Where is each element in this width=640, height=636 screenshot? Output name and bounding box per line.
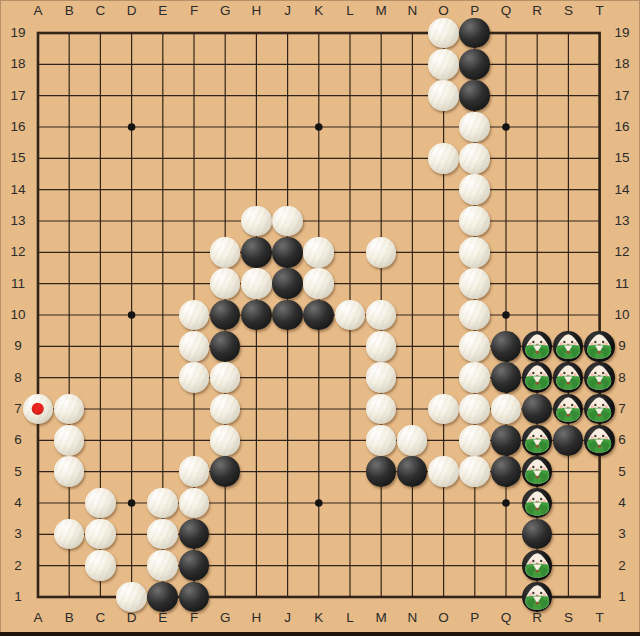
intersection-F15[interactable] <box>178 143 209 174</box>
intersection-Q6[interactable] <box>490 425 521 456</box>
intersection-T11[interactable] <box>584 268 615 299</box>
intersection-R17[interactable] <box>521 80 552 111</box>
intersection-S15[interactable] <box>553 143 584 174</box>
intersection-H13[interactable] <box>241 205 272 236</box>
intersection-C13[interactable] <box>85 205 116 236</box>
intersection-J18[interactable] <box>272 49 303 80</box>
intersection-R8[interactable] <box>521 362 552 393</box>
intersection-T12[interactable] <box>584 237 615 268</box>
intersection-C2[interactable] <box>85 550 116 581</box>
intersection-P18[interactable] <box>459 49 490 80</box>
intersection-D18[interactable] <box>116 49 147 80</box>
intersection-Q8[interactable] <box>490 362 521 393</box>
intersection-C11[interactable] <box>85 268 116 299</box>
intersection-T17[interactable] <box>584 80 615 111</box>
intersection-K7[interactable] <box>303 393 334 424</box>
intersection-L18[interactable] <box>334 49 365 80</box>
intersection-M9[interactable] <box>365 331 396 362</box>
intersection-T19[interactable] <box>584 17 615 48</box>
intersection-Q18[interactable] <box>490 49 521 80</box>
intersection-H7[interactable] <box>241 393 272 424</box>
intersection-K9[interactable] <box>303 331 334 362</box>
intersection-M10[interactable] <box>365 299 396 330</box>
intersection-M4[interactable] <box>365 487 396 518</box>
intersection-D19[interactable] <box>116 17 147 48</box>
intersection-R4[interactable] <box>521 487 552 518</box>
intersection-C16[interactable] <box>85 111 116 142</box>
intersection-H3[interactable] <box>241 519 272 550</box>
intersection-K5[interactable] <box>303 456 334 487</box>
intersection-N7[interactable] <box>397 393 428 424</box>
intersection-S9[interactable] <box>553 331 584 362</box>
intersection-C4[interactable] <box>85 487 116 518</box>
intersection-G9[interactable] <box>210 331 241 362</box>
intersection-Q16[interactable] <box>490 111 521 142</box>
intersection-K15[interactable] <box>303 143 334 174</box>
intersection-S12[interactable] <box>553 237 584 268</box>
intersection-N11[interactable] <box>397 268 428 299</box>
intersection-F13[interactable] <box>178 205 209 236</box>
intersection-Q14[interactable] <box>490 174 521 205</box>
intersection-L3[interactable] <box>334 519 365 550</box>
intersection-D16[interactable] <box>116 111 147 142</box>
intersection-L11[interactable] <box>334 268 365 299</box>
intersection-Q7[interactable] <box>490 393 521 424</box>
intersection-G1[interactable] <box>210 581 241 612</box>
intersection-B9[interactable] <box>54 331 85 362</box>
intersection-G11[interactable] <box>210 268 241 299</box>
intersection-F14[interactable] <box>178 174 209 205</box>
intersection-E10[interactable] <box>147 299 178 330</box>
intersection-D3[interactable] <box>116 519 147 550</box>
intersection-R14[interactable] <box>521 174 552 205</box>
intersection-K6[interactable] <box>303 425 334 456</box>
intersection-E16[interactable] <box>147 111 178 142</box>
intersection-A7[interactable] <box>22 393 53 424</box>
intersection-L2[interactable] <box>334 550 365 581</box>
intersection-L13[interactable] <box>334 205 365 236</box>
intersection-C1[interactable] <box>85 581 116 612</box>
intersection-N4[interactable] <box>397 487 428 518</box>
intersection-L5[interactable] <box>334 456 365 487</box>
intersection-P19[interactable] <box>459 17 490 48</box>
intersection-E2[interactable] <box>147 550 178 581</box>
intersection-Q19[interactable] <box>490 17 521 48</box>
intersection-D8[interactable] <box>116 362 147 393</box>
intersection-G4[interactable] <box>210 487 241 518</box>
intersection-E19[interactable] <box>147 17 178 48</box>
intersection-A2[interactable] <box>22 550 53 581</box>
intersection-K3[interactable] <box>303 519 334 550</box>
intersection-P4[interactable] <box>459 487 490 518</box>
intersection-S8[interactable] <box>553 362 584 393</box>
intersection-S18[interactable] <box>553 49 584 80</box>
intersection-A5[interactable] <box>22 456 53 487</box>
intersection-O9[interactable] <box>428 331 459 362</box>
intersection-G7[interactable] <box>210 393 241 424</box>
intersection-S13[interactable] <box>553 205 584 236</box>
intersection-A11[interactable] <box>22 268 53 299</box>
intersection-P16[interactable] <box>459 111 490 142</box>
intersection-A12[interactable] <box>22 237 53 268</box>
intersection-H18[interactable] <box>241 49 272 80</box>
intersection-H5[interactable] <box>241 456 272 487</box>
intersection-J15[interactable] <box>272 143 303 174</box>
intersection-B14[interactable] <box>54 174 85 205</box>
intersection-T1[interactable] <box>584 581 615 612</box>
intersection-M2[interactable] <box>365 550 396 581</box>
intersection-A6[interactable] <box>22 425 53 456</box>
intersection-B12[interactable] <box>54 237 85 268</box>
intersection-N2[interactable] <box>397 550 428 581</box>
intersection-D9[interactable] <box>116 331 147 362</box>
intersection-P1[interactable] <box>459 581 490 612</box>
intersection-E4[interactable] <box>147 487 178 518</box>
intersection-F19[interactable] <box>178 17 209 48</box>
intersection-J12[interactable] <box>272 237 303 268</box>
intersection-L14[interactable] <box>334 174 365 205</box>
intersection-F5[interactable] <box>178 456 209 487</box>
intersection-E13[interactable] <box>147 205 178 236</box>
intersection-N8[interactable] <box>397 362 428 393</box>
intersection-C12[interactable] <box>85 237 116 268</box>
intersection-D4[interactable] <box>116 487 147 518</box>
intersection-A19[interactable] <box>22 17 53 48</box>
intersection-F7[interactable] <box>178 393 209 424</box>
intersection-G18[interactable] <box>210 49 241 80</box>
intersection-B5[interactable] <box>54 456 85 487</box>
intersection-S1[interactable] <box>553 581 584 612</box>
intersection-O3[interactable] <box>428 519 459 550</box>
intersection-C17[interactable] <box>85 80 116 111</box>
intersection-K18[interactable] <box>303 49 334 80</box>
intersection-N16[interactable] <box>397 111 428 142</box>
intersection-T8[interactable] <box>584 362 615 393</box>
intersection-F6[interactable] <box>178 425 209 456</box>
intersection-B8[interactable] <box>54 362 85 393</box>
intersection-D11[interactable] <box>116 268 147 299</box>
intersection-E6[interactable] <box>147 425 178 456</box>
intersection-L15[interactable] <box>334 143 365 174</box>
intersection-S11[interactable] <box>553 268 584 299</box>
intersection-T16[interactable] <box>584 111 615 142</box>
intersection-H4[interactable] <box>241 487 272 518</box>
intersection-L4[interactable] <box>334 487 365 518</box>
intersection-O12[interactable] <box>428 237 459 268</box>
intersection-N15[interactable] <box>397 143 428 174</box>
intersection-S6[interactable] <box>553 425 584 456</box>
intersection-B4[interactable] <box>54 487 85 518</box>
intersection-M7[interactable] <box>365 393 396 424</box>
intersection-F3[interactable] <box>178 519 209 550</box>
intersection-H8[interactable] <box>241 362 272 393</box>
intersection-Q10[interactable] <box>490 299 521 330</box>
intersection-M5[interactable] <box>365 456 396 487</box>
intersection-D15[interactable] <box>116 143 147 174</box>
intersection-A10[interactable] <box>22 299 53 330</box>
intersection-D12[interactable] <box>116 237 147 268</box>
intersection-E11[interactable] <box>147 268 178 299</box>
intersection-B7[interactable] <box>54 393 85 424</box>
intersection-P6[interactable] <box>459 425 490 456</box>
intersection-P3[interactable] <box>459 519 490 550</box>
intersection-R9[interactable] <box>521 331 552 362</box>
intersection-C5[interactable] <box>85 456 116 487</box>
intersection-O6[interactable] <box>428 425 459 456</box>
intersection-R15[interactable] <box>521 143 552 174</box>
intersection-N18[interactable] <box>397 49 428 80</box>
intersection-D5[interactable] <box>116 456 147 487</box>
intersection-N13[interactable] <box>397 205 428 236</box>
intersection-K19[interactable] <box>303 17 334 48</box>
intersection-T10[interactable] <box>584 299 615 330</box>
intersection-J6[interactable] <box>272 425 303 456</box>
intersection-J13[interactable] <box>272 205 303 236</box>
intersection-G6[interactable] <box>210 425 241 456</box>
intersection-C14[interactable] <box>85 174 116 205</box>
intersection-R11[interactable] <box>521 268 552 299</box>
intersection-P14[interactable] <box>459 174 490 205</box>
intersection-C15[interactable] <box>85 143 116 174</box>
intersection-N12[interactable] <box>397 237 428 268</box>
intersection-T14[interactable] <box>584 174 615 205</box>
intersection-R18[interactable] <box>521 49 552 80</box>
intersection-B13[interactable] <box>54 205 85 236</box>
intersection-M15[interactable] <box>365 143 396 174</box>
intersection-E7[interactable] <box>147 393 178 424</box>
intersection-M11[interactable] <box>365 268 396 299</box>
intersection-J3[interactable] <box>272 519 303 550</box>
intersection-E14[interactable] <box>147 174 178 205</box>
intersection-D13[interactable] <box>116 205 147 236</box>
intersection-J5[interactable] <box>272 456 303 487</box>
intersection-A4[interactable] <box>22 487 53 518</box>
intersection-B19[interactable] <box>54 17 85 48</box>
intersection-R5[interactable] <box>521 456 552 487</box>
intersection-S16[interactable] <box>553 111 584 142</box>
intersection-N5[interactable] <box>397 456 428 487</box>
intersection-S4[interactable] <box>553 487 584 518</box>
intersection-R2[interactable] <box>521 550 552 581</box>
intersection-O11[interactable] <box>428 268 459 299</box>
intersection-H12[interactable] <box>241 237 272 268</box>
intersection-F18[interactable] <box>178 49 209 80</box>
intersection-M8[interactable] <box>365 362 396 393</box>
intersection-H11[interactable] <box>241 268 272 299</box>
intersection-K4[interactable] <box>303 487 334 518</box>
intersection-G2[interactable] <box>210 550 241 581</box>
intersection-J7[interactable] <box>272 393 303 424</box>
intersection-O8[interactable] <box>428 362 459 393</box>
intersection-T18[interactable] <box>584 49 615 80</box>
intersection-R19[interactable] <box>521 17 552 48</box>
intersection-A16[interactable] <box>22 111 53 142</box>
intersection-T7[interactable] <box>584 393 615 424</box>
intersection-L16[interactable] <box>334 111 365 142</box>
intersection-T15[interactable] <box>584 143 615 174</box>
intersection-G13[interactable] <box>210 205 241 236</box>
intersection-A14[interactable] <box>22 174 53 205</box>
intersection-S17[interactable] <box>553 80 584 111</box>
intersection-L10[interactable] <box>334 299 365 330</box>
intersection-P15[interactable] <box>459 143 490 174</box>
intersection-L19[interactable] <box>334 17 365 48</box>
intersection-H16[interactable] <box>241 111 272 142</box>
intersection-D7[interactable] <box>116 393 147 424</box>
intersection-G15[interactable] <box>210 143 241 174</box>
intersection-T4[interactable] <box>584 487 615 518</box>
intersection-L17[interactable] <box>334 80 365 111</box>
intersection-Q12[interactable] <box>490 237 521 268</box>
intersection-T6[interactable] <box>584 425 615 456</box>
intersection-L9[interactable] <box>334 331 365 362</box>
intersection-P5[interactable] <box>459 456 490 487</box>
intersection-L6[interactable] <box>334 425 365 456</box>
intersection-J16[interactable] <box>272 111 303 142</box>
intersection-B10[interactable] <box>54 299 85 330</box>
intersection-B17[interactable] <box>54 80 85 111</box>
intersection-L12[interactable] <box>334 237 365 268</box>
intersection-E17[interactable] <box>147 80 178 111</box>
intersection-K1[interactable] <box>303 581 334 612</box>
intersection-H10[interactable] <box>241 299 272 330</box>
intersection-H9[interactable] <box>241 331 272 362</box>
intersection-N6[interactable] <box>397 425 428 456</box>
intersection-Q5[interactable] <box>490 456 521 487</box>
intersection-K16[interactable] <box>303 111 334 142</box>
intersection-F4[interactable] <box>178 487 209 518</box>
intersection-M17[interactable] <box>365 80 396 111</box>
intersection-J2[interactable] <box>272 550 303 581</box>
intersection-O1[interactable] <box>428 581 459 612</box>
intersection-C19[interactable] <box>85 17 116 48</box>
intersection-F10[interactable] <box>178 299 209 330</box>
intersection-N1[interactable] <box>397 581 428 612</box>
intersection-J9[interactable] <box>272 331 303 362</box>
intersection-G10[interactable] <box>210 299 241 330</box>
intersection-R7[interactable] <box>521 393 552 424</box>
intersection-F2[interactable] <box>178 550 209 581</box>
intersection-O10[interactable] <box>428 299 459 330</box>
intersection-F12[interactable] <box>178 237 209 268</box>
intersection-N10[interactable] <box>397 299 428 330</box>
intersection-S19[interactable] <box>553 17 584 48</box>
intersection-C7[interactable] <box>85 393 116 424</box>
intersection-M1[interactable] <box>365 581 396 612</box>
intersection-T2[interactable] <box>584 550 615 581</box>
intersection-D17[interactable] <box>116 80 147 111</box>
intersection-B15[interactable] <box>54 143 85 174</box>
intersection-P10[interactable] <box>459 299 490 330</box>
intersection-J17[interactable] <box>272 80 303 111</box>
intersection-M16[interactable] <box>365 111 396 142</box>
intersection-H6[interactable] <box>241 425 272 456</box>
intersection-P11[interactable] <box>459 268 490 299</box>
intersection-J4[interactable] <box>272 487 303 518</box>
intersection-P8[interactable] <box>459 362 490 393</box>
intersection-J11[interactable] <box>272 268 303 299</box>
intersection-F8[interactable] <box>178 362 209 393</box>
intersection-N17[interactable] <box>397 80 428 111</box>
intersection-R1[interactable] <box>521 581 552 612</box>
intersection-G8[interactable] <box>210 362 241 393</box>
intersection-O2[interactable] <box>428 550 459 581</box>
intersection-K13[interactable] <box>303 205 334 236</box>
intersection-D6[interactable] <box>116 425 147 456</box>
intersection-M13[interactable] <box>365 205 396 236</box>
intersection-E18[interactable] <box>147 49 178 80</box>
intersection-C9[interactable] <box>85 331 116 362</box>
intersection-S3[interactable] <box>553 519 584 550</box>
intersection-K10[interactable] <box>303 299 334 330</box>
intersection-G14[interactable] <box>210 174 241 205</box>
intersection-B6[interactable] <box>54 425 85 456</box>
intersection-J14[interactable] <box>272 174 303 205</box>
intersection-N14[interactable] <box>397 174 428 205</box>
intersection-H15[interactable] <box>241 143 272 174</box>
intersection-O5[interactable] <box>428 456 459 487</box>
intersection-O4[interactable] <box>428 487 459 518</box>
intersection-E9[interactable] <box>147 331 178 362</box>
intersection-G12[interactable] <box>210 237 241 268</box>
intersection-D14[interactable] <box>116 174 147 205</box>
intersection-B1[interactable] <box>54 581 85 612</box>
intersection-Q17[interactable] <box>490 80 521 111</box>
intersection-J19[interactable] <box>272 17 303 48</box>
intersection-P12[interactable] <box>459 237 490 268</box>
intersection-Q2[interactable] <box>490 550 521 581</box>
intersection-B16[interactable] <box>54 111 85 142</box>
intersection-S5[interactable] <box>553 456 584 487</box>
intersection-P7[interactable] <box>459 393 490 424</box>
intersection-E5[interactable] <box>147 456 178 487</box>
intersection-K11[interactable] <box>303 268 334 299</box>
intersection-T9[interactable] <box>584 331 615 362</box>
intersection-O15[interactable] <box>428 143 459 174</box>
intersection-O13[interactable] <box>428 205 459 236</box>
intersection-J1[interactable] <box>272 581 303 612</box>
intersection-D1[interactable] <box>116 581 147 612</box>
intersection-P2[interactable] <box>459 550 490 581</box>
intersection-E8[interactable] <box>147 362 178 393</box>
intersection-B2[interactable] <box>54 550 85 581</box>
intersection-G17[interactable] <box>210 80 241 111</box>
intersection-H14[interactable] <box>241 174 272 205</box>
intersection-C8[interactable] <box>85 362 116 393</box>
intersection-K8[interactable] <box>303 362 334 393</box>
intersection-P17[interactable] <box>459 80 490 111</box>
intersection-F9[interactable] <box>178 331 209 362</box>
intersection-S7[interactable] <box>553 393 584 424</box>
intersection-M12[interactable] <box>365 237 396 268</box>
intersection-H2[interactable] <box>241 550 272 581</box>
intersection-A15[interactable] <box>22 143 53 174</box>
intersection-H17[interactable] <box>241 80 272 111</box>
intersection-Q9[interactable] <box>490 331 521 362</box>
intersection-N19[interactable] <box>397 17 428 48</box>
intersection-O19[interactable] <box>428 17 459 48</box>
intersection-C3[interactable] <box>85 519 116 550</box>
intersection-E1[interactable] <box>147 581 178 612</box>
intersection-N3[interactable] <box>397 519 428 550</box>
intersection-O7[interactable] <box>428 393 459 424</box>
intersection-P9[interactable] <box>459 331 490 362</box>
intersection-D2[interactable] <box>116 550 147 581</box>
intersection-T3[interactable] <box>584 519 615 550</box>
intersection-K2[interactable] <box>303 550 334 581</box>
intersection-J10[interactable] <box>272 299 303 330</box>
intersection-G3[interactable] <box>210 519 241 550</box>
